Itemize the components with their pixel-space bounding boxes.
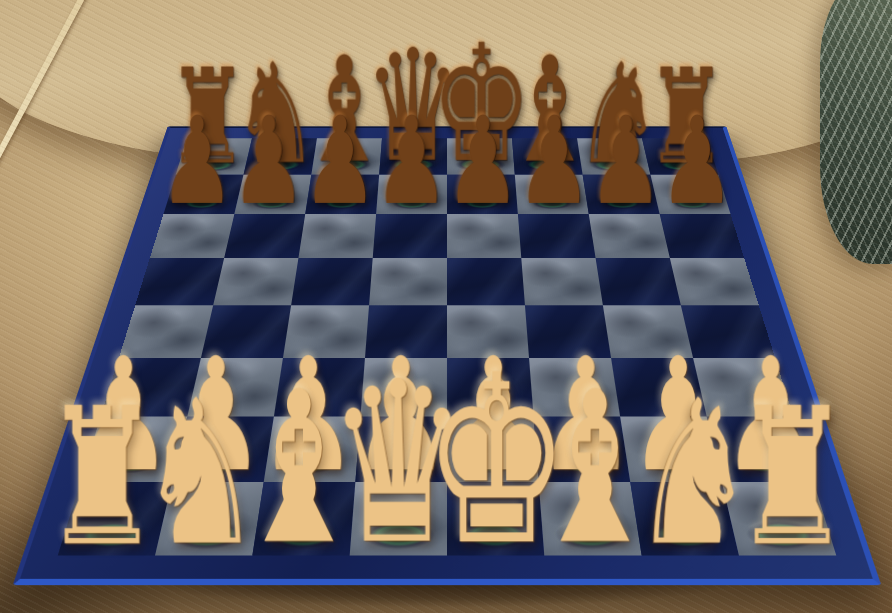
square-d5 bbox=[369, 258, 447, 306]
square-d6 bbox=[373, 214, 447, 257]
piece-black-pawn-e7: ♟ bbox=[445, 100, 521, 221]
square-h7: ♟ bbox=[650, 175, 730, 215]
square-c6 bbox=[298, 214, 376, 257]
square-d7: ♟ bbox=[376, 175, 447, 215]
square-f7: ♟ bbox=[515, 175, 589, 215]
square-b5 bbox=[213, 258, 298, 306]
piece-black-pawn-b7: ♟ bbox=[231, 100, 307, 221]
piece-white-king-e1: ♚ bbox=[423, 344, 570, 578]
square-g5 bbox=[596, 258, 681, 306]
piece-black-pawn-c7: ♟ bbox=[302, 100, 378, 221]
square-f6 bbox=[518, 214, 596, 257]
piece-black-pawn-a7: ♟ bbox=[159, 100, 235, 221]
square-b6 bbox=[224, 214, 305, 257]
square-e7: ♟ bbox=[447, 175, 518, 215]
square-e5 bbox=[447, 258, 525, 306]
chess-board: ♜♞♝♛♚♝♞♜♟♟♟♟♟♟♟♟♟♟♟♟♟♟♟♟♜♞♝♛♚♝♞♜ bbox=[13, 126, 882, 585]
square-a5 bbox=[135, 258, 224, 306]
square-h5 bbox=[670, 258, 759, 306]
square-e6 bbox=[447, 214, 521, 257]
board-scene: ♜♞♝♛♚♝♞♜♟♟♟♟♟♟♟♟♟♟♟♟♟♟♟♟♜♞♝♛♚♝♞♜ bbox=[107, 0, 787, 613]
square-g6 bbox=[589, 214, 670, 257]
piece-black-pawn-h7: ♟ bbox=[659, 100, 735, 221]
square-c5 bbox=[291, 258, 373, 306]
piece-black-pawn-d7: ♟ bbox=[373, 100, 449, 221]
square-f5 bbox=[521, 258, 603, 306]
square-e1: ♚ bbox=[447, 482, 544, 555]
square-b7: ♟ bbox=[234, 175, 311, 215]
square-g7: ♟ bbox=[583, 175, 660, 215]
square-h6 bbox=[660, 214, 744, 257]
piece-black-pawn-g7: ♟ bbox=[588, 100, 664, 221]
piece-black-pawn-f7: ♟ bbox=[516, 100, 592, 221]
board-grid: ♜♞♝♛♚♝♞♜♟♟♟♟♟♟♟♟♟♟♟♟♟♟♟♟♜♞♝♛♚♝♞♜ bbox=[58, 138, 837, 555]
square-c7: ♟ bbox=[305, 175, 379, 215]
square-a6 bbox=[150, 214, 234, 257]
